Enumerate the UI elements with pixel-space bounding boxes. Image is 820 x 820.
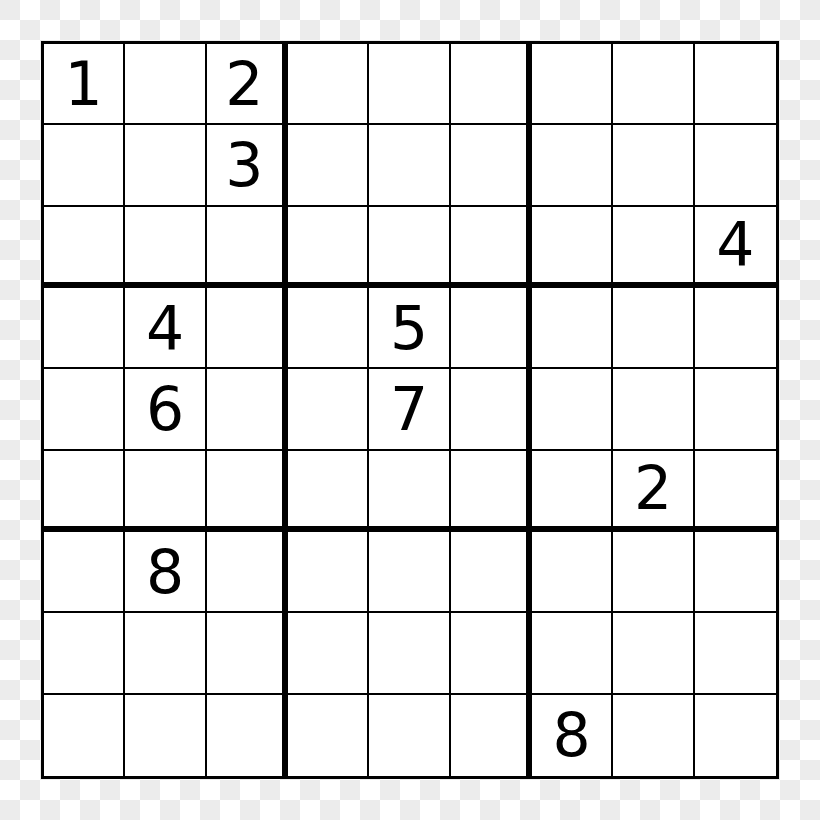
cell-r8c1[interactable] xyxy=(44,613,125,694)
cell-r5c7[interactable] xyxy=(532,369,613,450)
cell-r1c3[interactable]: 2 xyxy=(207,44,288,125)
cell-r9c7[interactable]: 8 xyxy=(532,695,613,776)
cell-r8c7[interactable] xyxy=(532,613,613,694)
cell-r4c5[interactable]: 5 xyxy=(369,288,450,369)
cell-r1c5[interactable] xyxy=(369,44,450,125)
cell-r4c1[interactable] xyxy=(44,288,125,369)
cell-r4c4[interactable] xyxy=(288,288,369,369)
cell-r9c9[interactable] xyxy=(695,695,776,776)
cell-r8c6[interactable] xyxy=(451,613,532,694)
cell-r3c9[interactable]: 4 xyxy=(695,207,776,288)
cell-r1c1[interactable]: 1 xyxy=(44,44,125,125)
cell-r4c6[interactable] xyxy=(451,288,532,369)
cell-r7c7[interactable] xyxy=(532,532,613,613)
cell-r5c2[interactable]: 6 xyxy=(125,369,206,450)
cell-r5c5[interactable]: 7 xyxy=(369,369,450,450)
cell-r6c1[interactable] xyxy=(44,451,125,532)
cell-r2c4[interactable] xyxy=(288,125,369,206)
cell-r6c7[interactable] xyxy=(532,451,613,532)
sudoku-board: 12344567288 xyxy=(41,41,779,779)
cell-r3c5[interactable] xyxy=(369,207,450,288)
cell-r4c9[interactable] xyxy=(695,288,776,369)
cell-r9c1[interactable] xyxy=(44,695,125,776)
sudoku-grid: 12344567288 xyxy=(44,44,776,776)
cell-r7c4[interactable] xyxy=(288,532,369,613)
cell-r3c3[interactable] xyxy=(207,207,288,288)
cell-r6c8[interactable]: 2 xyxy=(613,451,694,532)
cell-r5c9[interactable] xyxy=(695,369,776,450)
cell-r8c9[interactable] xyxy=(695,613,776,694)
cell-r5c6[interactable] xyxy=(451,369,532,450)
cell-r1c9[interactable] xyxy=(695,44,776,125)
cell-r5c1[interactable] xyxy=(44,369,125,450)
cell-r1c4[interactable] xyxy=(288,44,369,125)
cell-r6c5[interactable] xyxy=(369,451,450,532)
cell-r5c4[interactable] xyxy=(288,369,369,450)
cell-r6c2[interactable] xyxy=(125,451,206,532)
cell-r4c7[interactable] xyxy=(532,288,613,369)
cell-r9c3[interactable] xyxy=(207,695,288,776)
cell-r9c5[interactable] xyxy=(369,695,450,776)
cell-r3c4[interactable] xyxy=(288,207,369,288)
cell-r3c8[interactable] xyxy=(613,207,694,288)
cell-r8c2[interactable] xyxy=(125,613,206,694)
cell-r6c9[interactable] xyxy=(695,451,776,532)
cell-r7c8[interactable] xyxy=(613,532,694,613)
cell-r3c2[interactable] xyxy=(125,207,206,288)
cell-r7c2[interactable]: 8 xyxy=(125,532,206,613)
cell-r2c6[interactable] xyxy=(451,125,532,206)
cell-r3c7[interactable] xyxy=(532,207,613,288)
cell-r6c3[interactable] xyxy=(207,451,288,532)
cell-r2c1[interactable] xyxy=(44,125,125,206)
cell-r1c2[interactable] xyxy=(125,44,206,125)
cell-r7c6[interactable] xyxy=(451,532,532,613)
cell-r8c8[interactable] xyxy=(613,613,694,694)
cell-r4c2[interactable]: 4 xyxy=(125,288,206,369)
cell-r8c3[interactable] xyxy=(207,613,288,694)
cell-r6c6[interactable] xyxy=(451,451,532,532)
cell-r7c1[interactable] xyxy=(44,532,125,613)
cell-r4c8[interactable] xyxy=(613,288,694,369)
cell-r6c4[interactable] xyxy=(288,451,369,532)
cell-r9c6[interactable] xyxy=(451,695,532,776)
cell-r5c3[interactable] xyxy=(207,369,288,450)
cell-r2c9[interactable] xyxy=(695,125,776,206)
cell-r2c7[interactable] xyxy=(532,125,613,206)
cell-r9c4[interactable] xyxy=(288,695,369,776)
cell-r2c3[interactable]: 3 xyxy=(207,125,288,206)
cell-r8c5[interactable] xyxy=(369,613,450,694)
cell-r7c3[interactable] xyxy=(207,532,288,613)
cell-r7c5[interactable] xyxy=(369,532,450,613)
cell-r5c8[interactable] xyxy=(613,369,694,450)
cell-r1c6[interactable] xyxy=(451,44,532,125)
cell-r1c7[interactable] xyxy=(532,44,613,125)
cell-r3c1[interactable] xyxy=(44,207,125,288)
cell-r2c8[interactable] xyxy=(613,125,694,206)
cell-r2c2[interactable] xyxy=(125,125,206,206)
cell-r7c9[interactable] xyxy=(695,532,776,613)
cell-r9c2[interactable] xyxy=(125,695,206,776)
cell-r9c8[interactable] xyxy=(613,695,694,776)
cell-r2c5[interactable] xyxy=(369,125,450,206)
cell-r4c3[interactable] xyxy=(207,288,288,369)
transparency-checkerboard: 12344567288 xyxy=(0,0,820,820)
cell-r3c6[interactable] xyxy=(451,207,532,288)
cell-r8c4[interactable] xyxy=(288,613,369,694)
cell-r1c8[interactable] xyxy=(613,44,694,125)
